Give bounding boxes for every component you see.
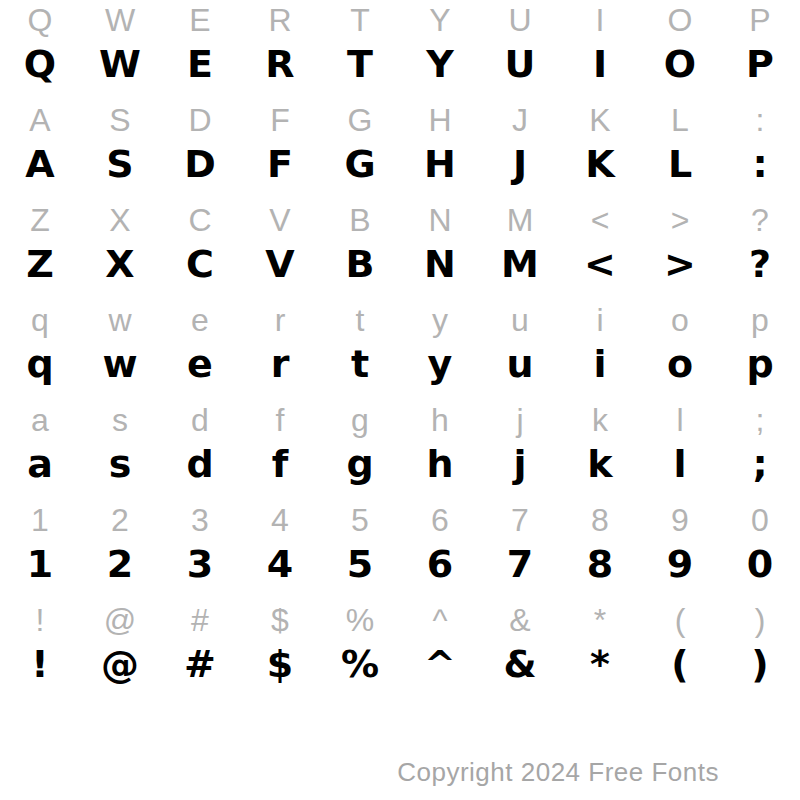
char-row-bold: ASDFGHJKL:: [0, 140, 800, 188]
glyph-cell: P: [749, 4, 770, 36]
glyph-cell: ): [751, 645, 768, 683]
glyph-cell: r: [271, 345, 290, 383]
glyph-cell: 5: [351, 504, 369, 536]
glyph-cell: i: [596, 304, 603, 336]
char-row-bold: QWERTYUIOP: [0, 40, 800, 88]
row-spacer: [0, 588, 800, 600]
glyph-cell: r: [275, 304, 286, 336]
glyph-cell: j: [516, 404, 523, 436]
glyph-cell: k: [592, 404, 608, 436]
glyph-cell: ^: [432, 604, 447, 636]
glyph-cell: T: [350, 4, 370, 36]
char-row-bold: !@#$%^&*(): [0, 640, 800, 688]
glyph-cell: d: [191, 404, 209, 436]
glyph-cell: >: [671, 204, 690, 236]
glyph-cell: l: [676, 404, 683, 436]
glyph-cell: A: [25, 145, 54, 183]
glyph-cell: w: [108, 304, 131, 336]
glyph-cell: :: [756, 104, 765, 136]
glyph-cell: 6: [431, 504, 449, 536]
glyph-cell: Q: [24, 45, 56, 83]
glyph-cell: (: [675, 604, 686, 636]
glyph-cell: u: [511, 304, 529, 336]
glyph-cell: d: [186, 445, 213, 483]
glyph-cell: L: [668, 145, 692, 183]
glyph-cell: F: [267, 145, 293, 183]
glyph-cell: V: [269, 204, 290, 236]
glyph-cell: y: [432, 304, 448, 336]
glyph-cell: o: [671, 304, 689, 336]
glyph-cell: !: [36, 604, 45, 636]
char-row-light: asdfghjkl;: [0, 400, 800, 440]
glyph-cell: !: [31, 645, 48, 683]
glyph-cell: k: [587, 445, 612, 483]
glyph-cell: T: [347, 45, 373, 83]
glyph-cell: H: [428, 104, 451, 136]
glyph-cell: U: [508, 4, 531, 36]
glyph-cell: J: [513, 145, 527, 183]
char-row-light: !@#$%^&*(): [0, 600, 800, 640]
character-grid: QWERTYUIOPQWERTYUIOPASDFGHJKL:ASDFGHJKL:…: [0, 0, 800, 700]
glyph-cell: 3: [187, 545, 213, 583]
glyph-cell: 4: [267, 545, 293, 583]
glyph-cell: 7: [507, 545, 533, 583]
glyph-cell: g: [351, 404, 369, 436]
glyph-cell: j: [513, 445, 526, 483]
glyph-cell: 1: [31, 504, 49, 536]
char-row-light: ASDFGHJKL:: [0, 100, 800, 140]
char-row-bold: qwertyuiop: [0, 340, 800, 388]
glyph-cell: 0: [747, 545, 773, 583]
glyph-cell: t: [351, 345, 369, 383]
glyph-cell: Z: [30, 204, 50, 236]
glyph-cell: C: [186, 245, 214, 283]
glyph-cell: a: [31, 404, 49, 436]
glyph-cell: L: [671, 104, 689, 136]
glyph-cell: e: [187, 345, 213, 383]
glyph-cell: F: [270, 104, 290, 136]
glyph-cell: @: [104, 604, 136, 636]
glyph-cell: h: [426, 445, 453, 483]
glyph-cell: ;: [756, 404, 765, 436]
glyph-cell: H: [424, 145, 456, 183]
glyph-cell: K: [585, 145, 614, 183]
row-spacer: [0, 88, 800, 100]
char-row-light: qwertyuiop: [0, 300, 800, 340]
glyph-cell: M: [501, 245, 539, 283]
char-row-light: ZXCVBNM<>?: [0, 200, 800, 240]
glyph-cell: W: [105, 4, 135, 36]
glyph-cell: N: [424, 245, 456, 283]
row-spacer: [0, 388, 800, 400]
glyph-cell: <: [584, 245, 616, 283]
glyph-cell: &: [503, 645, 536, 683]
glyph-cell: 5: [347, 545, 373, 583]
glyph-cell: X: [105, 245, 134, 283]
glyph-cell: &: [509, 604, 530, 636]
glyph-cell: q: [31, 304, 49, 336]
glyph-cell: 4: [271, 504, 289, 536]
glyph-cell: Q: [28, 4, 53, 36]
glyph-cell: *: [590, 645, 610, 683]
glyph-cell: R: [265, 45, 294, 83]
glyph-cell: ): [755, 604, 766, 636]
glyph-cell: 2: [107, 545, 133, 583]
char-row-bold: ZXCVBNM<>?: [0, 240, 800, 288]
glyph-cell: e: [191, 304, 209, 336]
row-spacer: [0, 188, 800, 200]
glyph-cell: ^: [424, 645, 456, 683]
glyph-cell: R: [268, 4, 291, 36]
glyph-cell: s: [112, 404, 128, 436]
glyph-cell: W: [99, 45, 141, 83]
glyph-cell: J: [512, 104, 528, 136]
glyph-cell: o: [667, 345, 693, 383]
glyph-cell: O: [668, 4, 693, 36]
glyph-cell: w: [102, 345, 137, 383]
glyph-cell: ;: [752, 445, 767, 483]
glyph-cell: h: [431, 404, 449, 436]
glyph-cell: 8: [591, 504, 609, 536]
glyph-cell: I: [593, 45, 607, 83]
glyph-cell: Z: [26, 245, 54, 283]
glyph-cell: q: [26, 345, 53, 383]
glyph-cell: O: [664, 45, 696, 83]
row-spacer: [0, 288, 800, 300]
glyph-cell: %: [341, 645, 379, 683]
glyph-cell: 7: [511, 504, 529, 536]
glyph-cell: 0: [751, 504, 769, 536]
glyph-cell: ?: [749, 245, 771, 283]
char-row-light: QWERTYUIOP: [0, 0, 800, 40]
glyph-cell: p: [751, 304, 769, 336]
row-spacer: [0, 688, 800, 700]
glyph-cell: B: [349, 204, 370, 236]
glyph-cell: S: [109, 104, 130, 136]
glyph-cell: V: [265, 245, 294, 283]
glyph-cell: 2: [111, 504, 129, 536]
glyph-cell: D: [188, 104, 211, 136]
glyph-cell: *: [594, 604, 606, 636]
glyph-cell: 3: [191, 504, 209, 536]
glyph-cell: g: [346, 445, 373, 483]
glyph-cell: 6: [427, 545, 453, 583]
glyph-cell: (: [671, 645, 688, 683]
glyph-cell: K: [589, 104, 610, 136]
glyph-cell: l: [673, 445, 686, 483]
glyph-cell: #: [191, 604, 209, 636]
glyph-cell: E: [187, 45, 213, 83]
glyph-cell: $: [271, 604, 289, 636]
glyph-cell: u: [506, 345, 533, 383]
glyph-cell: f: [272, 445, 289, 483]
glyph-cell: f: [276, 404, 285, 436]
glyph-cell: S: [106, 145, 133, 183]
glyph-cell: 9: [671, 504, 689, 536]
glyph-cell: 1: [27, 545, 53, 583]
glyph-cell: $: [267, 645, 293, 683]
glyph-cell: U: [505, 45, 536, 83]
glyph-cell: 9: [667, 545, 693, 583]
glyph-cell: <: [591, 204, 610, 236]
glyph-cell: C: [188, 204, 211, 236]
glyph-cell: y: [428, 345, 453, 383]
glyph-cell: 8: [587, 545, 613, 583]
glyph-cell: i: [593, 345, 606, 383]
char-row-bold: 1234567890: [0, 540, 800, 588]
glyph-cell: G: [348, 104, 373, 136]
glyph-cell: %: [346, 604, 374, 636]
glyph-cell: >: [664, 245, 696, 283]
glyph-cell: Y: [429, 4, 450, 36]
glyph-cell: D: [184, 145, 216, 183]
glyph-cell: E: [189, 4, 210, 36]
glyph-cell: B: [346, 245, 375, 283]
glyph-cell: A: [29, 104, 50, 136]
glyph-cell: a: [27, 445, 53, 483]
glyph-cell: p: [746, 345, 773, 383]
glyph-cell: I: [596, 4, 605, 36]
copyright-text: Copyright 2024 Free Fonts: [397, 757, 719, 788]
glyph-cell: t: [356, 304, 365, 336]
glyph-cell: :: [752, 145, 767, 183]
char-row-bold: asdfghjkl;: [0, 440, 800, 488]
glyph-cell: #: [184, 645, 216, 683]
glyph-cell: Y: [426, 45, 454, 83]
glyph-cell: N: [428, 204, 451, 236]
row-spacer: [0, 488, 800, 500]
glyph-cell: ?: [751, 204, 769, 236]
glyph-cell: G: [344, 145, 375, 183]
char-row-light: 1234567890: [0, 500, 800, 540]
glyph-cell: s: [109, 445, 132, 483]
glyph-cell: X: [109, 204, 130, 236]
glyph-cell: @: [101, 645, 139, 683]
glyph-cell: M: [507, 204, 534, 236]
glyph-cell: P: [746, 45, 774, 83]
